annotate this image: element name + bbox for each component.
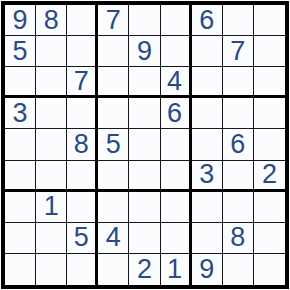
cell-r8c8: 8 [223,223,254,254]
cell-r3c3: 7 [67,67,98,98]
cell-r6c4[interactable] [98,161,129,192]
cell-r8c5[interactable] [129,223,160,254]
cell-r9c2[interactable] [36,254,67,285]
cell-r2c4[interactable] [98,36,129,67]
cell-r7c6[interactable] [161,192,192,223]
cell-r7c3[interactable] [67,192,98,223]
cell-r8c2[interactable] [36,223,67,254]
cell-r4c6: 6 [161,98,192,129]
cell-r3c7[interactable] [192,67,223,98]
cell-r2c1: 5 [5,36,36,67]
cell-r3c4[interactable] [98,67,129,98]
cell-r3c2[interactable] [36,67,67,98]
cell-r3c9[interactable] [254,67,285,98]
cell-r8c3: 5 [67,223,98,254]
cell-r2c5: 9 [129,36,160,67]
cell-r2c7[interactable] [192,36,223,67]
cell-r8c4: 4 [98,223,129,254]
cell-r5c3: 8 [67,129,98,160]
cell-r6c6[interactable] [161,161,192,192]
cell-r1c7: 6 [192,5,223,36]
cell-r4c3[interactable] [67,98,98,129]
cell-r7c2: 1 [36,192,67,223]
cell-r3c5[interactable] [129,67,160,98]
cell-r5c2[interactable] [36,129,67,160]
cell-r7c4[interactable] [98,192,129,223]
cell-r2c8: 7 [223,36,254,67]
sudoku-page: 98765977436856321548219 [0,0,290,290]
cell-r1c3[interactable] [67,5,98,36]
sudoku-board: 98765977436856321548219 [1,1,289,289]
cell-r2c9[interactable] [254,36,285,67]
cell-r5c6[interactable] [161,129,192,160]
cell-r4c7[interactable] [192,98,223,129]
cell-r9c3[interactable] [67,254,98,285]
cell-r8c1[interactable] [5,223,36,254]
cell-r6c3[interactable] [67,161,98,192]
cell-r8c6[interactable] [161,223,192,254]
cell-r6c1[interactable] [5,161,36,192]
cell-r3c6: 4 [161,67,192,98]
cell-r5c1[interactable] [5,129,36,160]
cell-r6c5[interactable] [129,161,160,192]
cell-r6c7: 3 [192,161,223,192]
cell-r8c9[interactable] [254,223,285,254]
cell-r2c6[interactable] [161,36,192,67]
cell-r7c7[interactable] [192,192,223,223]
cell-r4c4[interactable] [98,98,129,129]
cell-r3c1[interactable] [5,67,36,98]
cell-r8c7[interactable] [192,223,223,254]
cell-r6c2[interactable] [36,161,67,192]
cell-r1c1: 9 [5,5,36,36]
cell-r2c2[interactable] [36,36,67,67]
cell-r2c3[interactable] [67,36,98,67]
cell-r9c1[interactable] [5,254,36,285]
cell-r1c8[interactable] [223,5,254,36]
cell-r7c5[interactable] [129,192,160,223]
cell-r9c5: 2 [129,254,160,285]
cell-r6c8[interactable] [223,161,254,192]
cell-r5c9[interactable] [254,129,285,160]
cell-r3c8[interactable] [223,67,254,98]
cell-r5c8: 6 [223,129,254,160]
cell-r4c8[interactable] [223,98,254,129]
cell-r9c7: 9 [192,254,223,285]
cell-r9c8[interactable] [223,254,254,285]
cell-r5c5[interactable] [129,129,160,160]
cell-r1c6[interactable] [161,5,192,36]
cell-r7c9[interactable] [254,192,285,223]
cell-r7c1[interactable] [5,192,36,223]
cell-r9c9[interactable] [254,254,285,285]
cell-r9c6: 1 [161,254,192,285]
cell-r4c5[interactable] [129,98,160,129]
cell-r6c9: 2 [254,161,285,192]
cell-r1c4: 7 [98,5,129,36]
cell-r4c9[interactable] [254,98,285,129]
cell-r1c9[interactable] [254,5,285,36]
cell-r4c1: 3 [5,98,36,129]
cell-r7c8[interactable] [223,192,254,223]
cell-r1c2: 8 [36,5,67,36]
cell-r9c4[interactable] [98,254,129,285]
cell-r5c4: 5 [98,129,129,160]
cell-r5c7[interactable] [192,129,223,160]
cell-r1c5[interactable] [129,5,160,36]
cell-r4c2[interactable] [36,98,67,129]
